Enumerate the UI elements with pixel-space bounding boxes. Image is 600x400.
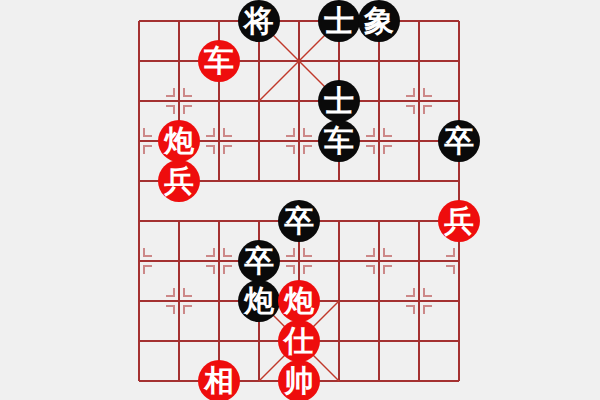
piece-red-cannon-2[interactable]: 炮 [278, 280, 320, 322]
piece-red-elephant[interactable]: 相 [198, 360, 240, 400]
piece-black-advisor-2[interactable]: 士 [318, 80, 360, 122]
xiangqi-screen: 将士象车士炮车卒兵卒兵卒炮炮仕相帅 [0, 0, 600, 400]
piece-red-soldier-2[interactable]: 兵 [438, 200, 480, 242]
piece-black-advisor-1[interactable]: 士 [318, 0, 360, 42]
xiangqi-board[interactable]: 将士象车士炮车卒兵卒兵卒炮炮仕相帅 [119, 1, 479, 400]
piece-black-cannon[interactable]: 炮 [238, 280, 280, 322]
piece-red-advisor[interactable]: 仕 [278, 320, 320, 362]
piece-red-king[interactable]: 帅 [278, 360, 320, 400]
piece-black-soldier-3[interactable]: 卒 [238, 240, 280, 282]
piece-black-general[interactable]: 将 [238, 0, 280, 42]
piece-black-soldier-2[interactable]: 卒 [278, 200, 320, 242]
piece-grid[interactable]: 将士象车士炮车卒兵卒兵卒炮炮仕相帅 [119, 1, 479, 400]
piece-black-chariot[interactable]: 车 [318, 120, 360, 162]
piece-red-cannon-1[interactable]: 炮 [158, 120, 200, 162]
piece-black-soldier-1[interactable]: 卒 [438, 120, 480, 162]
piece-black-elephant[interactable]: 象 [358, 0, 400, 42]
piece-red-soldier-1[interactable]: 兵 [158, 160, 200, 202]
piece-red-chariot[interactable]: 车 [198, 40, 240, 82]
